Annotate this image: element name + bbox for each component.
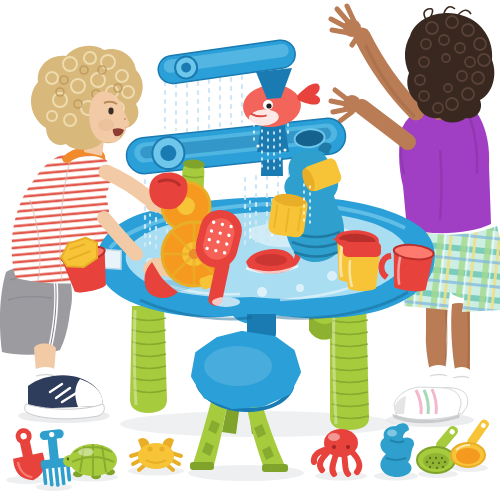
stool-seat-sheen — [204, 346, 272, 386]
octopus-head — [324, 429, 358, 457]
table-leg-left — [130, 306, 167, 413]
scene-illustration — [0, 0, 500, 500]
tower-side-scoop — [267, 192, 308, 239]
boy-nostril — [124, 118, 126, 120]
crab-body — [138, 443, 174, 469]
boy-cheek — [98, 119, 114, 131]
girl-hair — [405, 13, 494, 123]
girl-sneakers — [392, 387, 468, 423]
boy-eye — [108, 108, 113, 115]
product-photo — [0, 0, 500, 500]
